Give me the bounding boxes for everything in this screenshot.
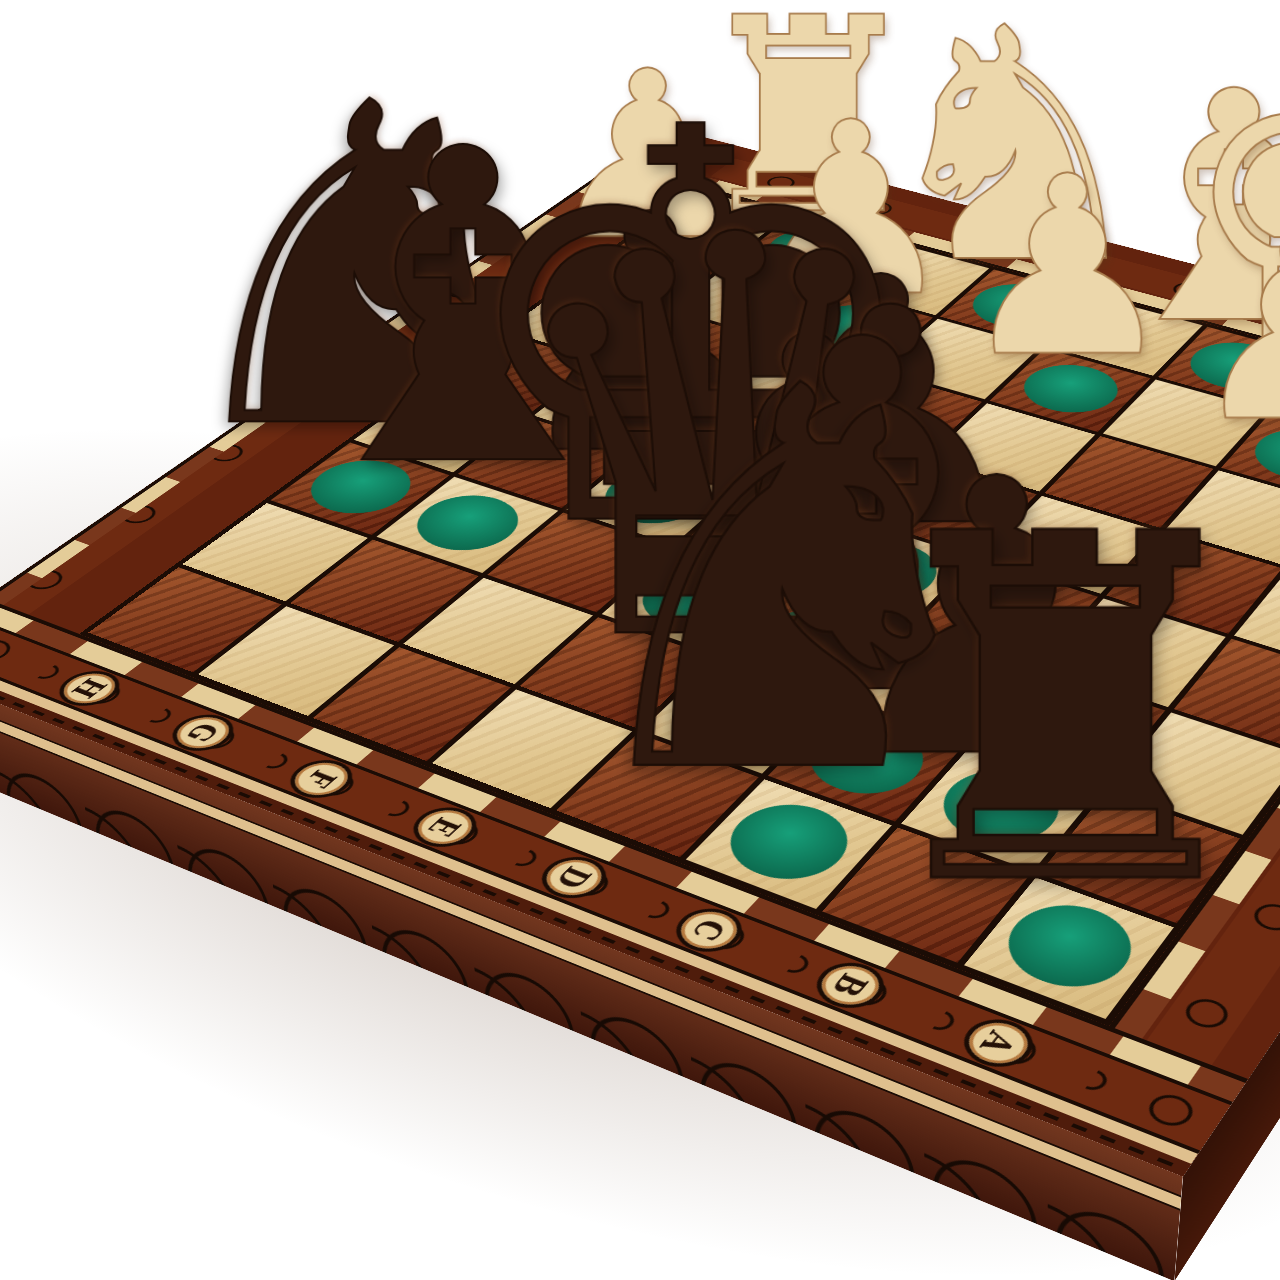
file-letter-g: G (160, 708, 246, 757)
product-photo: HGFEDCBA ♜♞♝♚♟♟♟♟♟♟♞♝♚♟♛♝♟♞♜ (0, 0, 1280, 1280)
file-letter-a: A (951, 1011, 1044, 1076)
piece-black-rook[interactable]: ♜ (699, 473, 1280, 950)
file-letter-b: B (804, 955, 895, 1017)
file-letter-f: F (277, 753, 364, 805)
file-letter-d: D (529, 849, 618, 905)
file-letter-h: H (47, 665, 132, 712)
